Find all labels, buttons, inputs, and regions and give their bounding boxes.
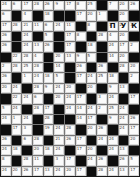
cell-number: 26 [98, 125, 103, 130]
white-cell-r8c5[interactable]: 18 [44, 73, 54, 82]
white-cell-r11c8[interactable]: 14 [76, 105, 86, 114]
white-cell-r3c13[interactable]: 3К [129, 22, 139, 31]
white-cell-r4c11[interactable]: 4 [108, 32, 118, 41]
white-cell-r9c1[interactable]: 20 [1, 84, 11, 93]
white-cell-r4c10[interactable]: 28 [97, 32, 107, 41]
cell-number: 1 [98, 11, 100, 16]
cell-number: 24 [109, 167, 114, 172]
cell-number: 17 [77, 73, 82, 78]
white-cell-r3c11[interactable]: 1П [108, 22, 118, 31]
cell-number: 25 [23, 63, 28, 68]
white-cell-r5c3[interactable]: 24 [22, 42, 32, 51]
white-cell-r16c6[interactable]: 3 [54, 156, 64, 165]
white-cell-r9c9[interactable]: 20 [87, 84, 97, 93]
white-cell-r15c4[interactable]: 20 [33, 146, 43, 155]
white-cell-r17c13[interactable]: 17 [129, 167, 139, 176]
black-cell-r2c13 [129, 11, 139, 20]
cell-number: 26 [120, 156, 125, 161]
white-cell-r5c4[interactable]: 13 [33, 42, 43, 51]
white-cell-r5c5[interactable]: 26 [44, 42, 54, 51]
white-cell-r10c7[interactable]: 24 [65, 94, 75, 103]
white-cell-r14c10[interactable]: 24 [97, 136, 107, 145]
white-cell-r17c2[interactable]: 20 [12, 167, 22, 176]
cell-number: 24 [23, 32, 28, 37]
white-cell-r11c9[interactable]: 24 [87, 105, 97, 114]
cell-number: 2 [130, 42, 132, 47]
white-cell-r16c13[interactable]: 5 [129, 156, 139, 165]
white-cell-r1c9[interactable]: 25 [87, 1, 97, 10]
cell-number: 21 [55, 136, 60, 141]
cell-number: 5 [2, 105, 4, 110]
black-cell-r14c2 [12, 136, 22, 145]
white-cell-r11c10[interactable]: 2 [97, 105, 107, 114]
white-cell-r17c11[interactable]: 24 [108, 167, 118, 176]
white-cell-r10c10[interactable]: 3 [97, 94, 107, 103]
cell-number: 28 [23, 156, 28, 161]
cell-number: 2 [2, 63, 4, 68]
black-cell-r9c13 [129, 84, 139, 93]
cell-number: 26 [45, 42, 50, 47]
cell-number: 17 [66, 1, 71, 6]
white-cell-r11c4[interactable]: 28 [33, 105, 43, 114]
white-cell-r12c3[interactable]: 24 [22, 115, 32, 124]
cell-number: 17 [130, 125, 135, 130]
white-cell-r6c4[interactable]: 4 [33, 53, 43, 62]
white-cell-r3c7[interactable]: 11 [65, 22, 75, 31]
cell-number: 24 [55, 84, 60, 89]
white-cell-r3c5[interactable]: 6 [44, 22, 54, 31]
cell-number: 5 [45, 32, 47, 37]
white-cell-r8c13[interactable]: 2 [129, 73, 139, 82]
cell-number: 14 [109, 53, 114, 58]
cell-number: 17 [77, 167, 82, 172]
white-cell-r9c7[interactable]: 20 [65, 84, 75, 93]
white-cell-r1c5[interactable]: 26 [44, 1, 54, 10]
black-cell-r4c2 [12, 32, 22, 41]
white-cell-r15c2[interactable]: 18 [12, 146, 22, 155]
black-cell-r7c11 [108, 63, 118, 72]
white-cell-r7c4[interactable]: 28 [33, 63, 43, 72]
cell-number: 24 [66, 105, 71, 110]
white-cell-r15c5[interactable]: 18 [44, 146, 54, 155]
white-cell-r16c7[interactable]: 17 [65, 156, 75, 165]
white-cell-r6c11[interactable]: 14 [108, 53, 118, 62]
white-cell-r13c12[interactable]: 24 [119, 125, 129, 134]
white-cell-r5c1[interactable]: 26 [1, 42, 11, 51]
cell-number: 5 [55, 73, 57, 78]
cell-number: 9 [109, 84, 111, 89]
cell-number: 1 [23, 73, 25, 78]
white-cell-r2c12[interactable]: 20 [119, 11, 129, 20]
cell-number: 28 [23, 53, 28, 58]
white-cell-r13c10[interactable]: 26 [97, 125, 107, 134]
cell-number: 5 [88, 53, 90, 58]
white-cell-r9c2[interactable]: 24 [12, 84, 22, 93]
white-cell-r3c9[interactable]: 8 [87, 22, 97, 31]
white-cell-r16c1[interactable]: 8 [1, 156, 11, 165]
white-cell-r12c9[interactable]: 17 [87, 115, 97, 124]
white-cell-r9c5[interactable]: 9 [44, 84, 54, 93]
white-cell-r16c3[interactable]: 28 [22, 156, 32, 165]
white-cell-r7c12[interactable]: 28 [119, 63, 129, 72]
black-cell-r2c2 [12, 11, 22, 20]
cell-number: 28 [13, 22, 18, 27]
white-cell-r13c9[interactable]: 20 [87, 125, 97, 134]
white-cell-r15c6[interactable]: 24 [54, 146, 64, 155]
white-cell-r8c10[interactable]: 25 [97, 73, 107, 82]
white-cell-r17c7[interactable]: 20 [65, 167, 75, 176]
white-cell-r6c6[interactable]: 20 [54, 53, 64, 62]
cell-number: 14 [77, 115, 82, 120]
white-cell-r10c3[interactable]: 24 [22, 94, 32, 103]
white-cell-r2c10[interactable]: 1 [97, 11, 107, 20]
cell-number: 19 [45, 125, 50, 130]
white-cell-r3c6[interactable]: 24 [54, 22, 64, 31]
white-cell-r11c11[interactable]: 25 [108, 105, 118, 114]
white-cell-r12c5[interactable]: 28 [44, 115, 54, 124]
cell-number: 28 [34, 136, 39, 141]
white-cell-r15c11[interactable]: 24 [108, 146, 118, 155]
white-cell-r9c6[interactable]: 24 [54, 84, 64, 93]
white-cell-r6c7[interactable]: 13 [65, 53, 75, 62]
white-cell-r11c12[interactable]: 24 [119, 105, 129, 114]
cell-number: 14 [55, 63, 60, 68]
white-cell-r7c13[interactable]: 20 [129, 63, 139, 72]
black-cell-r16c8 [76, 156, 86, 165]
cell-number: 26 [2, 42, 7, 47]
cell-number: 24 [55, 22, 60, 27]
white-cell-r15c1[interactable]: 24 [1, 146, 11, 155]
white-cell-r6c12[interactable]: 20 [119, 53, 129, 62]
white-cell-r4c8[interactable]: 8 [76, 32, 86, 41]
cell-number: 24 [88, 73, 93, 78]
white-cell-r8c3[interactable]: 1 [22, 73, 32, 82]
cell-number: 24 [109, 94, 114, 99]
cell-number: 24 [55, 167, 60, 172]
black-cell-r16c5 [44, 156, 54, 165]
cell-number: 6 [13, 1, 15, 6]
cell-number: 26 [2, 32, 7, 37]
white-cell-r14c1[interactable]: 26 [1, 136, 11, 145]
cell-number: 28 [34, 1, 39, 6]
black-cell-r7c9 [87, 63, 97, 72]
cell-number: 8 [88, 22, 90, 27]
white-cell-r4c1[interactable]: 26 [1, 32, 11, 41]
white-cell-r8c9[interactable]: 24 [87, 73, 97, 82]
white-cell-r7c6[interactable]: 14 [54, 63, 64, 72]
white-cell-r10c4[interactable]: 6 [33, 94, 43, 103]
white-cell-r15c9[interactable]: 20 [87, 146, 97, 155]
white-cell-r16c9[interactable]: 24 [87, 156, 97, 165]
cell-number: 4 [23, 11, 25, 16]
white-cell-r2c8[interactable]: 17 [76, 11, 86, 20]
white-cell-r8c1[interactable]: 26 [1, 73, 11, 82]
cell-number: 20 [120, 1, 125, 6]
black-cell-r17c9 [87, 167, 97, 176]
cell-number: 20 [88, 84, 93, 89]
cell-number: 2 [98, 105, 100, 110]
white-cell-r3c1[interactable]: 17 [1, 22, 11, 31]
cell-number: 26 [98, 156, 103, 161]
cell-number: 20 [130, 136, 135, 141]
cell-number: 26 [77, 63, 82, 68]
cell-number: 18 [109, 73, 114, 78]
cell-number: 18 [88, 42, 93, 47]
cell-number: 20 [2, 84, 7, 89]
given-letter: П [108, 22, 118, 31]
cell-number: 22 [13, 53, 18, 58]
white-cell-r5c9[interactable]: 18 [87, 42, 97, 51]
black-cell-r2c4 [33, 11, 43, 20]
cell-number: 24 [2, 146, 7, 151]
black-cell-r8c12 [119, 73, 129, 82]
white-cell-r1c8[interactable]: 8 [76, 1, 86, 10]
cell-number: 21 [23, 22, 28, 27]
white-cell-r13c6[interactable]: 24 [54, 125, 64, 134]
white-cell-r4c7[interactable]: 17 [65, 32, 75, 41]
cell-number: 6 [2, 11, 4, 16]
cell-number: 24 [2, 167, 7, 172]
white-cell-r4c12[interactable]: 20 [119, 32, 129, 41]
white-cell-r2c9[interactable]: 20 [87, 11, 97, 20]
white-cell-r16c10[interactable]: 26 [97, 156, 107, 165]
white-cell-r6c2[interactable]: 22 [12, 53, 22, 62]
white-cell-r1c11[interactable]: 7 [108, 1, 118, 10]
black-cell-r14c9 [87, 136, 97, 145]
black-cell-r7c5 [44, 63, 54, 72]
white-cell-r17c1[interactable]: 24 [1, 167, 11, 176]
cell-number: 20 [66, 167, 71, 172]
cell-number: 26 [2, 136, 7, 141]
cell-number: 28 [120, 63, 125, 68]
white-cell-r13c13[interactable]: 17 [129, 125, 139, 134]
cell-number: 26 [23, 167, 28, 172]
black-cell-r13c1 [1, 125, 11, 134]
cell-number: 17 [23, 1, 28, 6]
white-cell-r5c11[interactable]: 24 [108, 42, 118, 51]
white-cell-r2c3[interactable]: 4 [22, 11, 32, 20]
white-cell-r6c8[interactable]: 9 [76, 53, 86, 62]
white-cell-r1c6[interactable]: 9 [54, 1, 64, 10]
black-cell-r13c11 [108, 125, 118, 134]
white-cell-r3c4[interactable]: 11 [33, 22, 43, 31]
white-cell-r1c4[interactable]: 28 [33, 1, 43, 10]
cell-number: 3 [98, 94, 100, 99]
cell-number: 28 [98, 167, 103, 172]
cell-number: 28 [45, 115, 50, 120]
white-cell-r12c12[interactable]: 24 [119, 115, 129, 124]
black-cell-r5c6 [54, 42, 64, 51]
cell-number: 11 [66, 22, 71, 27]
white-cell-r3c3[interactable]: 21 [22, 22, 32, 31]
cell-number: 28 [66, 125, 71, 130]
white-cell-r2c5[interactable]: 18 [44, 11, 54, 20]
white-cell-r6c9[interactable]: 5 [87, 53, 97, 62]
white-cell-r1c12[interactable]: 20 [119, 1, 129, 10]
white-cell-r8c6[interactable]: 5 [54, 73, 64, 82]
white-cell-r14c13[interactable]: 20 [129, 136, 139, 145]
white-cell-r1c3[interactable]: 17 [22, 1, 32, 10]
black-cell-r2c6 [54, 11, 64, 20]
cell-number: 26 [130, 115, 135, 120]
white-cell-r14c8[interactable]: 17 [76, 136, 86, 145]
white-cell-r10c13[interactable]: 17 [129, 94, 139, 103]
white-cell-r9c4[interactable]: 28 [33, 84, 43, 93]
black-cell-r4c4 [33, 32, 43, 41]
white-cell-r15c8[interactable]: 17 [76, 146, 86, 155]
codeword-grid: 2461728269178257202664181720120172821116… [0, 0, 140, 177]
white-cell-r11c7[interactable]: 24 [65, 105, 75, 114]
black-cell-r5c10 [97, 42, 107, 51]
white-cell-r7c8[interactable]: 26 [76, 63, 86, 72]
cell-number: 8 [2, 156, 4, 161]
white-cell-r17c4[interactable]: 17 [33, 167, 43, 176]
black-cell-r16c2 [12, 156, 22, 165]
cell-number: 25 [88, 1, 93, 6]
white-cell-r13c3[interactable]: 3 [22, 125, 32, 134]
cell-number: 24 [13, 105, 18, 110]
cell-number: 17 [13, 125, 18, 130]
white-cell-r17c6[interactable]: 24 [54, 167, 64, 176]
white-cell-r7c2[interactable]: 28 [12, 63, 22, 72]
white-cell-r13c7[interactable]: 28 [65, 125, 75, 134]
cell-number: 24 [55, 125, 60, 130]
cell-number: 17 [77, 136, 82, 141]
cell-number: 13 [45, 167, 50, 172]
white-cell-r12c8[interactable]: 14 [76, 115, 86, 124]
white-cell-r10c2[interactable]: 22 [12, 94, 22, 103]
cell-number: 5 [130, 156, 132, 161]
white-cell-r11c2[interactable]: 24 [12, 105, 22, 114]
white-cell-r5c13[interactable]: 2 [129, 42, 139, 51]
black-cell-r5c2 [12, 42, 22, 51]
white-cell-r3c12[interactable]: 2У [119, 22, 129, 31]
white-cell-r1c7[interactable]: 17 [65, 1, 75, 10]
white-cell-r14c11[interactable]: 24 [108, 136, 118, 145]
white-cell-r2c1[interactable]: 6 [1, 11, 11, 20]
black-cell-r9c10 [97, 84, 107, 93]
black-cell-r10c9 [87, 94, 97, 103]
white-cell-r12c1[interactable]: 24 [1, 115, 11, 124]
black-cell-r10c1 [1, 94, 11, 103]
white-cell-r12c2[interactable]: 1 [12, 115, 22, 124]
black-cell-r16c11 [108, 156, 118, 165]
white-cell-r13c2[interactable]: 17 [12, 125, 22, 134]
black-cell-r3c8 [76, 22, 86, 31]
cell-number: 26 [98, 63, 103, 68]
black-cell-r2c11 [108, 11, 118, 20]
black-cell-r15c10 [97, 146, 107, 155]
cell-number: 28 [34, 105, 39, 110]
white-cell-r8c8[interactable]: 17 [76, 73, 86, 82]
white-cell-r7c1[interactable]: 2 [1, 63, 11, 72]
cell-number: 20 [130, 63, 135, 68]
white-cell-r7c3[interactable]: 25 [22, 63, 32, 72]
white-cell-r17c12[interactable]: 13 [119, 167, 129, 176]
cell-number: 24 [120, 105, 125, 110]
white-cell-r15c12[interactable]: 13 [119, 146, 129, 155]
cell-number: 24 [98, 136, 103, 141]
black-cell-r4c9 [87, 32, 97, 41]
white-cell-r12c13[interactable]: 26 [129, 115, 139, 124]
cell-number: 24 [2, 1, 7, 6]
white-cell-r9c11[interactable]: 9 [108, 84, 118, 93]
black-cell-r4c6 [54, 32, 64, 41]
black-cell-r6c13 [129, 53, 139, 62]
cell-number: 24 [109, 42, 114, 47]
white-cell-r1c2[interactable]: 6 [12, 1, 22, 10]
white-cell-r17c8[interactable]: 17 [76, 167, 86, 176]
white-cell-r10c8[interactable]: 17 [76, 94, 86, 103]
cell-number: 7 [109, 1, 111, 6]
white-cell-r5c12[interactable]: 17 [119, 42, 129, 51]
cell-number: 13 [120, 146, 125, 151]
black-cell-r2c7 [65, 11, 75, 20]
white-cell-r16c4[interactable]: 11 [33, 156, 43, 165]
cell-number: 17 [66, 156, 71, 161]
black-cell-r8c7 [65, 73, 75, 82]
cell-number: 4 [109, 32, 111, 37]
cell-number: 17 [2, 22, 7, 27]
white-cell-r1c1[interactable]: 24 [1, 1, 11, 10]
white-cell-r9c12[interactable]: 13 [119, 84, 129, 93]
cell-number: 9 [45, 84, 47, 89]
cell-number: 20 [13, 167, 18, 172]
white-cell-r4c3[interactable]: 24 [22, 32, 32, 41]
black-cell-r11c13 [129, 105, 139, 114]
white-cell-r11c1[interactable]: 5 [1, 105, 11, 114]
white-cell-r8c11[interactable]: 18 [108, 73, 118, 82]
white-cell-r14c4[interactable]: 28 [33, 136, 43, 145]
white-cell-r17c5[interactable]: 13 [44, 167, 54, 176]
black-cell-r12c4 [33, 115, 43, 124]
cell-number: 17 [66, 42, 71, 47]
cell-number: 28 [34, 63, 39, 68]
white-cell-r14c6[interactable]: 21 [54, 136, 64, 145]
white-cell-r7c10[interactable]: 26 [97, 63, 107, 72]
cell-number: 20 [120, 53, 125, 58]
white-cell-r14c3[interactable]: 6 [22, 136, 32, 145]
white-cell-r5c7[interactable]: 17 [65, 42, 75, 51]
cell-number: 2 [130, 73, 132, 78]
white-cell-r1c13[interactable]: 26 [129, 1, 139, 10]
white-cell-r16c12[interactable]: 26 [119, 156, 129, 165]
black-cell-r6c5 [44, 53, 54, 62]
cell-number: 11 [34, 156, 39, 161]
white-cell-r17c10[interactable]: 28 [97, 167, 107, 176]
cell-number: 24 [66, 94, 71, 99]
black-cell-r1c10 [97, 1, 107, 10]
white-cell-r3c2[interactable]: 28 [12, 22, 22, 31]
white-cell-r10c11[interactable]: 24 [108, 94, 118, 103]
white-cell-r10c6[interactable]: 20 [54, 94, 64, 103]
white-cell-r17c3[interactable]: 26 [22, 167, 32, 176]
white-cell-r12c11[interactable]: 9 [108, 115, 118, 124]
cell-number: 8 [77, 32, 79, 37]
cell-number: 24 [23, 115, 28, 120]
white-cell-r6c3[interactable]: 28 [22, 53, 32, 62]
white-cell-r13c5[interactable]: 19 [44, 125, 54, 134]
cell-number: 20 [88, 11, 93, 16]
cell-number: 9 [77, 53, 79, 58]
black-cell-r10c12 [119, 94, 129, 103]
white-cell-r8c4[interactable]: 24 [33, 73, 43, 82]
white-cell-r11c5[interactable]: 17 [44, 105, 54, 114]
black-cell-r15c7 [65, 146, 75, 155]
white-cell-r14c7[interactable]: 26 [65, 136, 75, 145]
black-cell-r15c13 [129, 146, 139, 155]
white-cell-r4c5[interactable]: 5 [44, 32, 54, 41]
